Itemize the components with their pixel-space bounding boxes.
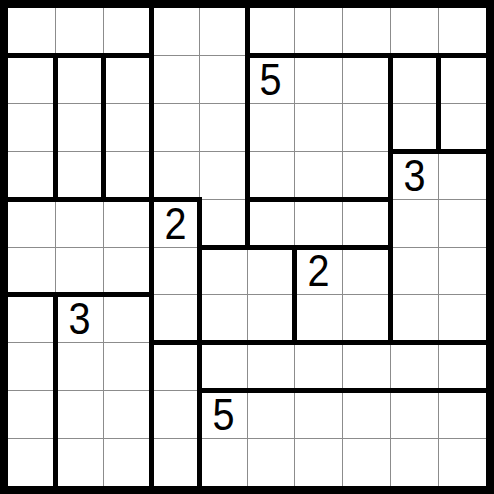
- cell-r7c7[interactable]: [295, 295, 343, 343]
- clue-number: 3: [69, 296, 91, 341]
- region-border-vertical: [197, 197, 202, 486]
- region-border-horizontal: [8, 292, 154, 297]
- cell-r5c7[interactable]: [295, 199, 343, 247]
- cell-r6c9[interactable]: [390, 247, 438, 295]
- cell-r3c8[interactable]: [343, 104, 391, 152]
- cell-r2c9[interactable]: [390, 56, 438, 104]
- region-border-horizontal: [245, 197, 393, 202]
- cell-r3c4[interactable]: [151, 104, 199, 152]
- cell-r1c3[interactable]: [104, 8, 152, 56]
- cell-r9c9[interactable]: [390, 390, 438, 438]
- cell-r8c1[interactable]: [8, 343, 56, 391]
- cell-r9c3[interactable]: [104, 390, 152, 438]
- cell-r6c1[interactable]: [8, 247, 56, 295]
- cell-r2c6[interactable]: 5: [247, 56, 295, 104]
- cell-r10c7[interactable]: [295, 438, 343, 486]
- cell-r6c10[interactable]: [438, 247, 486, 295]
- cell-r7c4[interactable]: [151, 295, 199, 343]
- cell-r7c5[interactable]: [199, 295, 247, 343]
- cell-r6c3[interactable]: [104, 247, 152, 295]
- cell-r8c9[interactable]: [390, 343, 438, 391]
- cell-r2c3[interactable]: [104, 56, 152, 104]
- clue-number: 5: [260, 57, 282, 102]
- cell-r9c2[interactable]: [56, 390, 104, 438]
- cell-r6c8[interactable]: [343, 247, 391, 295]
- cell-r9c8[interactable]: [343, 390, 391, 438]
- cell-r3c10[interactable]: [438, 104, 486, 152]
- cell-r2c2[interactable]: [56, 56, 104, 104]
- cell-r1c8[interactable]: [343, 8, 391, 56]
- region-border-vertical: [149, 8, 154, 486]
- clue-number: 3: [403, 153, 425, 198]
- cell-r8c3[interactable]: [104, 343, 152, 391]
- cell-r9c5[interactable]: 5: [199, 390, 247, 438]
- region-border-vertical: [245, 8, 250, 250]
- cell-r6c2[interactable]: [56, 247, 104, 295]
- cell-r3c3[interactable]: [104, 104, 152, 152]
- cell-r7c1[interactable]: [8, 295, 56, 343]
- puzzle-board: 532235: [0, 0, 494, 494]
- cell-r5c10[interactable]: [438, 199, 486, 247]
- cell-r10c6[interactable]: [247, 438, 295, 486]
- cell-r10c10[interactable]: [438, 438, 486, 486]
- cell-r2c8[interactable]: [343, 56, 391, 104]
- cell-r9c6[interactable]: [247, 390, 295, 438]
- cell-r5c5[interactable]: [199, 199, 247, 247]
- region-border-vertical: [388, 53, 393, 345]
- cell-r8c5[interactable]: [199, 343, 247, 391]
- cell-r8c4[interactable]: [151, 343, 199, 391]
- cell-r5c6[interactable]: [247, 199, 295, 247]
- cell-r4c9[interactable]: 3: [390, 151, 438, 199]
- cell-r8c2[interactable]: [56, 343, 104, 391]
- cell-r1c5[interactable]: [199, 8, 247, 56]
- puzzle-grid: 532235: [8, 8, 486, 486]
- cell-r4c5[interactable]: [199, 151, 247, 199]
- cell-r7c2[interactable]: 3: [56, 295, 104, 343]
- cell-r3c5[interactable]: [199, 104, 247, 152]
- cell-r5c8[interactable]: [343, 199, 391, 247]
- cell-r4c7[interactable]: [295, 151, 343, 199]
- clue-number: 2: [308, 248, 330, 293]
- cell-r3c2[interactable]: [56, 104, 104, 152]
- cell-r3c1[interactable]: [8, 104, 56, 152]
- cell-r10c4[interactable]: [151, 438, 199, 486]
- cell-r10c9[interactable]: [390, 438, 438, 486]
- region-border-horizontal: [197, 388, 486, 393]
- cell-r7c9[interactable]: [390, 295, 438, 343]
- cell-r1c1[interactable]: [8, 8, 56, 56]
- cell-r4c6[interactable]: [247, 151, 295, 199]
- region-border-vertical: [53, 292, 58, 486]
- cell-r5c4[interactable]: 2: [151, 199, 199, 247]
- region-border-vertical: [292, 245, 297, 346]
- cell-r2c7[interactable]: [295, 56, 343, 104]
- cell-r3c6[interactable]: [247, 104, 295, 152]
- region-border-vertical: [53, 53, 58, 201]
- region-border-horizontal: [245, 53, 487, 58]
- cell-r4c4[interactable]: [151, 151, 199, 199]
- cell-r6c4[interactable]: [151, 247, 199, 295]
- cell-r4c10[interactable]: [438, 151, 486, 199]
- cell-r9c1[interactable]: [8, 390, 56, 438]
- region-border-vertical: [101, 53, 106, 201]
- cell-r5c1[interactable]: [8, 199, 56, 247]
- cell-r5c3[interactable]: [104, 199, 152, 247]
- cell-r1c7[interactable]: [295, 8, 343, 56]
- cell-r2c5[interactable]: [199, 56, 247, 104]
- cell-r2c1[interactable]: [8, 56, 56, 104]
- cell-r5c9[interactable]: [390, 199, 438, 247]
- clue-number: 5: [212, 392, 234, 437]
- cell-r7c6[interactable]: [247, 295, 295, 343]
- cell-r6c5[interactable]: [199, 247, 247, 295]
- cell-r1c9[interactable]: [390, 8, 438, 56]
- cell-r10c2[interactable]: [56, 438, 104, 486]
- clue-number: 2: [164, 201, 186, 246]
- cell-r7c3[interactable]: [104, 295, 152, 343]
- cell-r9c7[interactable]: [295, 390, 343, 438]
- cell-r10c1[interactable]: [8, 438, 56, 486]
- cell-r10c8[interactable]: [343, 438, 391, 486]
- cell-r9c10[interactable]: [438, 390, 486, 438]
- cell-r1c6[interactable]: [247, 8, 295, 56]
- cell-r1c2[interactable]: [56, 8, 104, 56]
- cell-r7c10[interactable]: [438, 295, 486, 343]
- cell-r4c8[interactable]: [343, 151, 391, 199]
- cell-r6c6[interactable]: [247, 247, 295, 295]
- cell-r4c2[interactable]: [56, 151, 104, 199]
- cell-r6c7[interactable]: 2: [295, 247, 343, 295]
- cell-r4c1[interactable]: [8, 151, 56, 199]
- cell-r8c8[interactable]: [343, 343, 391, 391]
- cell-r1c10[interactable]: [438, 8, 486, 56]
- cell-r7c8[interactable]: [343, 295, 391, 343]
- cell-r3c9[interactable]: [390, 104, 438, 152]
- cell-r8c6[interactable]: [247, 343, 295, 391]
- cell-r9c4[interactable]: [151, 390, 199, 438]
- cell-r8c7[interactable]: [295, 343, 343, 391]
- cell-r10c3[interactable]: [104, 438, 152, 486]
- cell-r5c2[interactable]: [56, 199, 104, 247]
- region-border-horizontal: [8, 53, 154, 58]
- cell-r8c10[interactable]: [438, 343, 486, 391]
- cell-r4c3[interactable]: [104, 151, 152, 199]
- cell-r1c4[interactable]: [151, 8, 199, 56]
- cell-r2c10[interactable]: [438, 56, 486, 104]
- cell-r10c5[interactable]: [199, 438, 247, 486]
- cell-r3c7[interactable]: [295, 104, 343, 152]
- region-border-vertical: [436, 53, 441, 154]
- cell-r2c4[interactable]: [151, 56, 199, 104]
